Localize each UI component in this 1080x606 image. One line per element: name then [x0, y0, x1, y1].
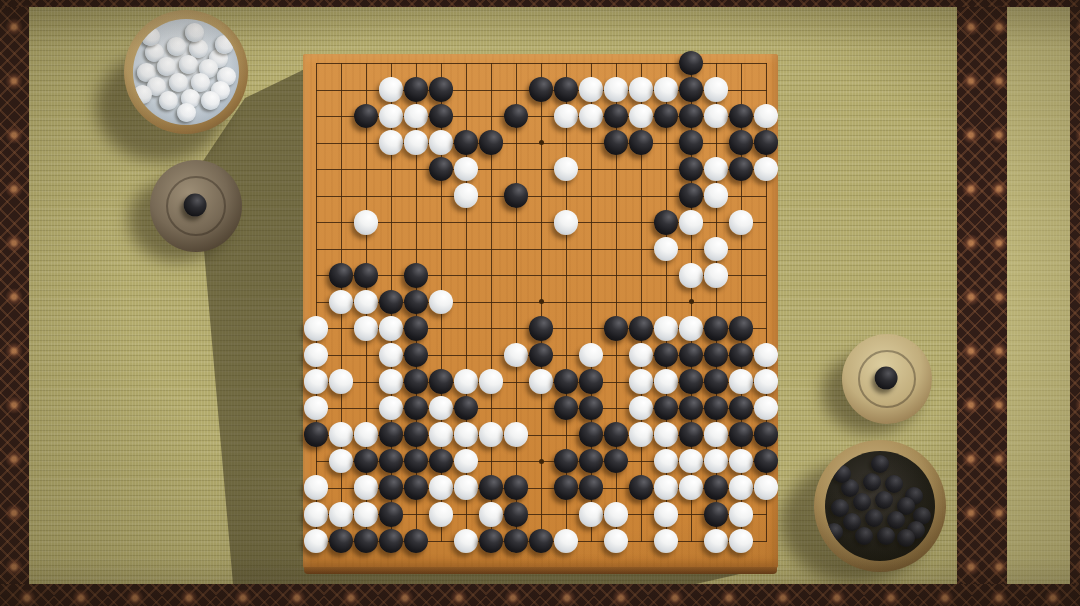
intersection-C2[interactable]: ○	[354, 501, 379, 528]
intersection-E6[interactable]: ●	[404, 395, 429, 422]
intersection-P17[interactable]: ●	[654, 103, 679, 130]
intersection-H18[interactable]	[479, 76, 504, 103]
intersection-J1[interactable]: ●	[504, 528, 529, 555]
intersection-S9[interactable]: ●	[729, 315, 754, 342]
intersection-A11[interactable]	[304, 262, 329, 289]
intersection-B11[interactable]: ●	[329, 262, 354, 289]
intersection-O8[interactable]: ○	[629, 342, 654, 369]
intersection-O17[interactable]: ○	[629, 103, 654, 130]
intersection-C10[interactable]: ○	[354, 289, 379, 316]
intersection-O19[interactable]	[629, 50, 654, 77]
intersection-G10[interactable]	[454, 289, 479, 316]
intersection-Q11[interactable]: ○	[679, 262, 704, 289]
intersection-A17[interactable]	[304, 103, 329, 130]
intersection-T15[interactable]: ○	[754, 156, 779, 183]
intersection-R2[interactable]: ●	[704, 501, 729, 528]
intersection-L16[interactable]	[554, 129, 579, 156]
intersection-J17[interactable]: ●	[504, 103, 529, 130]
intersection-J9[interactable]	[504, 315, 529, 342]
intersection-B16[interactable]	[329, 129, 354, 156]
intersection-H1[interactable]: ●	[479, 528, 504, 555]
intersection-P9[interactable]: ○	[654, 315, 679, 342]
intersection-N16[interactable]: ●	[604, 129, 629, 156]
intersection-N10[interactable]	[604, 289, 629, 316]
intersection-A2[interactable]: ○	[304, 501, 329, 528]
intersection-Q12[interactable]	[679, 236, 704, 263]
intersection-H19[interactable]	[479, 50, 504, 77]
intersection-B2[interactable]: ○	[329, 501, 354, 528]
board-intersections[interactable]: ●○●●●●○○○○●○●○○●●○○●○●●○●○○○○●●●●●●●●○○●…	[304, 50, 779, 555]
intersection-L8[interactable]	[554, 342, 579, 369]
intersection-T7[interactable]: ○	[754, 368, 779, 395]
intersection-B13[interactable]	[329, 209, 354, 236]
intersection-C11[interactable]: ●	[354, 262, 379, 289]
intersection-D4[interactable]: ●	[379, 448, 404, 475]
intersection-H6[interactable]	[479, 395, 504, 422]
intersection-Q19[interactable]: ●	[679, 50, 704, 77]
intersection-O9[interactable]: ●	[629, 315, 654, 342]
intersection-O11[interactable]	[629, 262, 654, 289]
intersection-R13[interactable]	[704, 209, 729, 236]
intersection-Q3[interactable]: ○	[679, 474, 704, 501]
intersection-P18[interactable]: ○	[654, 76, 679, 103]
intersection-L13[interactable]: ○	[554, 209, 579, 236]
intersection-N3[interactable]	[604, 474, 629, 501]
intersection-G18[interactable]	[454, 76, 479, 103]
intersection-K7[interactable]: ○	[529, 368, 554, 395]
intersection-L17[interactable]: ○	[554, 103, 579, 130]
intersection-L7[interactable]: ●	[554, 368, 579, 395]
intersection-D7[interactable]: ○	[379, 368, 404, 395]
intersection-Q17[interactable]: ●	[679, 103, 704, 130]
intersection-G1[interactable]: ○	[454, 528, 479, 555]
intersection-O13[interactable]	[629, 209, 654, 236]
intersection-M2[interactable]: ○	[579, 501, 604, 528]
intersection-P8[interactable]: ●	[654, 342, 679, 369]
intersection-T11[interactable]	[754, 262, 779, 289]
intersection-H8[interactable]	[479, 342, 504, 369]
intersection-L1[interactable]: ○	[554, 528, 579, 555]
intersection-P16[interactable]	[654, 129, 679, 156]
intersection-B19[interactable]	[329, 50, 354, 77]
intersection-F3[interactable]: ○	[429, 474, 454, 501]
intersection-K15[interactable]	[529, 156, 554, 183]
intersection-C1[interactable]: ●	[354, 528, 379, 555]
intersection-M9[interactable]	[579, 315, 604, 342]
intersection-S8[interactable]: ●	[729, 342, 754, 369]
intersection-D19[interactable]	[379, 50, 404, 77]
intersection-G4[interactable]: ○	[454, 448, 479, 475]
intersection-G6[interactable]: ●	[454, 395, 479, 422]
intersection-L10[interactable]	[554, 289, 579, 316]
intersection-T18[interactable]	[754, 76, 779, 103]
intersection-J13[interactable]	[504, 209, 529, 236]
intersection-K13[interactable]	[529, 209, 554, 236]
intersection-R4[interactable]: ○	[704, 448, 729, 475]
intersection-H15[interactable]	[479, 156, 504, 183]
intersection-T12[interactable]	[754, 236, 779, 263]
intersection-K2[interactable]	[529, 501, 554, 528]
intersection-B1[interactable]: ●	[329, 528, 354, 555]
intersection-G9[interactable]	[454, 315, 479, 342]
intersection-L15[interactable]: ○	[554, 156, 579, 183]
intersection-M7[interactable]: ●	[579, 368, 604, 395]
intersection-T3[interactable]: ○	[754, 474, 779, 501]
intersection-R12[interactable]: ○	[704, 236, 729, 263]
intersection-F12[interactable]	[429, 236, 454, 263]
intersection-E1[interactable]: ●	[404, 528, 429, 555]
intersection-P19[interactable]	[654, 50, 679, 77]
intersection-S11[interactable]	[729, 262, 754, 289]
intersection-A4[interactable]	[304, 448, 329, 475]
intersection-E4[interactable]: ●	[404, 448, 429, 475]
intersection-Q1[interactable]	[679, 528, 704, 555]
intersection-H16[interactable]: ●	[479, 129, 504, 156]
intersection-A6[interactable]: ○	[304, 395, 329, 422]
intersection-M11[interactable]	[579, 262, 604, 289]
intersection-C5[interactable]: ○	[354, 421, 379, 448]
intersection-D10[interactable]: ●	[379, 289, 404, 316]
intersection-J15[interactable]	[504, 156, 529, 183]
intersection-C3[interactable]: ○	[354, 474, 379, 501]
intersection-C13[interactable]: ○	[354, 209, 379, 236]
intersection-L12[interactable]	[554, 236, 579, 263]
intersection-D1[interactable]: ●	[379, 528, 404, 555]
intersection-A8[interactable]: ○	[304, 342, 329, 369]
intersection-L14[interactable]	[554, 182, 579, 209]
intersection-B8[interactable]	[329, 342, 354, 369]
intersection-C17[interactable]: ●	[354, 103, 379, 130]
intersection-C16[interactable]	[354, 129, 379, 156]
intersection-O12[interactable]	[629, 236, 654, 263]
intersection-L9[interactable]	[554, 315, 579, 342]
intersection-J2[interactable]: ●	[504, 501, 529, 528]
intersection-S18[interactable]	[729, 76, 754, 103]
intersection-S19[interactable]	[729, 50, 754, 77]
intersection-E2[interactable]	[404, 501, 429, 528]
intersection-J16[interactable]	[504, 129, 529, 156]
intersection-T19[interactable]	[754, 50, 779, 77]
intersection-Q14[interactable]: ●	[679, 182, 704, 209]
intersection-M14[interactable]	[579, 182, 604, 209]
intersection-A13[interactable]	[304, 209, 329, 236]
intersection-S14[interactable]	[729, 182, 754, 209]
intersection-K11[interactable]	[529, 262, 554, 289]
intersection-K5[interactable]	[529, 421, 554, 448]
intersection-E7[interactable]: ●	[404, 368, 429, 395]
intersection-P12[interactable]: ○	[654, 236, 679, 263]
intersection-L4[interactable]: ●	[554, 448, 579, 475]
intersection-A7[interactable]: ○	[304, 368, 329, 395]
intersection-A14[interactable]	[304, 182, 329, 209]
intersection-Q15[interactable]: ●	[679, 156, 704, 183]
intersection-G3[interactable]: ○	[454, 474, 479, 501]
intersection-H13[interactable]	[479, 209, 504, 236]
intersection-Q9[interactable]: ○	[679, 315, 704, 342]
intersection-T2[interactable]	[754, 501, 779, 528]
intersection-N14[interactable]	[604, 182, 629, 209]
intersection-J5[interactable]: ○	[504, 421, 529, 448]
intersection-F11[interactable]	[429, 262, 454, 289]
intersection-H14[interactable]	[479, 182, 504, 209]
intersection-O4[interactable]	[629, 448, 654, 475]
intersection-J19[interactable]	[504, 50, 529, 77]
intersection-F15[interactable]: ●	[429, 156, 454, 183]
intersection-F18[interactable]: ●	[429, 76, 454, 103]
intersection-Q8[interactable]: ●	[679, 342, 704, 369]
intersection-H3[interactable]: ●	[479, 474, 504, 501]
intersection-F2[interactable]: ○	[429, 501, 454, 528]
intersection-S10[interactable]	[729, 289, 754, 316]
intersection-L11[interactable]	[554, 262, 579, 289]
intersection-L18[interactable]: ●	[554, 76, 579, 103]
intersection-B15[interactable]	[329, 156, 354, 183]
intersection-N8[interactable]	[604, 342, 629, 369]
intersection-J18[interactable]	[504, 76, 529, 103]
intersection-F4[interactable]: ●	[429, 448, 454, 475]
intersection-E15[interactable]	[404, 156, 429, 183]
intersection-N7[interactable]	[604, 368, 629, 395]
intersection-P15[interactable]	[654, 156, 679, 183]
intersection-T6[interactable]: ○	[754, 395, 779, 422]
intersection-G17[interactable]	[454, 103, 479, 130]
intersection-G8[interactable]	[454, 342, 479, 369]
intersection-M15[interactable]	[579, 156, 604, 183]
intersection-S2[interactable]: ○	[729, 501, 754, 528]
intersection-G11[interactable]	[454, 262, 479, 289]
intersection-G2[interactable]	[454, 501, 479, 528]
intersection-Q6[interactable]: ●	[679, 395, 704, 422]
intersection-D11[interactable]	[379, 262, 404, 289]
intersection-O5[interactable]: ○	[629, 421, 654, 448]
intersection-B18[interactable]	[329, 76, 354, 103]
intersection-Q4[interactable]: ○	[679, 448, 704, 475]
intersection-K16[interactable]	[529, 129, 554, 156]
intersection-B17[interactable]	[329, 103, 354, 130]
intersection-F10[interactable]: ○	[429, 289, 454, 316]
intersection-N18[interactable]: ○	[604, 76, 629, 103]
intersection-O10[interactable]	[629, 289, 654, 316]
intersection-T16[interactable]: ●	[754, 129, 779, 156]
intersection-L6[interactable]: ●	[554, 395, 579, 422]
intersection-C18[interactable]	[354, 76, 379, 103]
intersection-N11[interactable]	[604, 262, 629, 289]
intersection-D17[interactable]: ○	[379, 103, 404, 130]
intersection-H7[interactable]: ○	[479, 368, 504, 395]
intersection-S13[interactable]: ○	[729, 209, 754, 236]
intersection-C19[interactable]	[354, 50, 379, 77]
intersection-K6[interactable]	[529, 395, 554, 422]
intersection-K4[interactable]	[529, 448, 554, 475]
intersection-G15[interactable]: ○	[454, 156, 479, 183]
intersection-E12[interactable]	[404, 236, 429, 263]
intersection-A15[interactable]	[304, 156, 329, 183]
intersection-G7[interactable]: ○	[454, 368, 479, 395]
intersection-P1[interactable]: ○	[654, 528, 679, 555]
intersection-T9[interactable]	[754, 315, 779, 342]
intersection-F6[interactable]: ○	[429, 395, 454, 422]
intersection-S6[interactable]: ●	[729, 395, 754, 422]
intersection-S7[interactable]: ○	[729, 368, 754, 395]
intersection-S16[interactable]: ●	[729, 129, 754, 156]
intersection-M6[interactable]: ●	[579, 395, 604, 422]
intersection-O6[interactable]: ○	[629, 395, 654, 422]
intersection-D8[interactable]: ○	[379, 342, 404, 369]
intersection-B6[interactable]	[329, 395, 354, 422]
intersection-O14[interactable]	[629, 182, 654, 209]
intersection-C7[interactable]	[354, 368, 379, 395]
intersection-C8[interactable]	[354, 342, 379, 369]
intersection-F8[interactable]	[429, 342, 454, 369]
intersection-J8[interactable]: ○	[504, 342, 529, 369]
intersection-A1[interactable]: ○	[304, 528, 329, 555]
intersection-M5[interactable]: ●	[579, 421, 604, 448]
intersection-P5[interactable]: ○	[654, 421, 679, 448]
intersection-H10[interactable]	[479, 289, 504, 316]
intersection-D3[interactable]: ●	[379, 474, 404, 501]
intersection-Q13[interactable]: ○	[679, 209, 704, 236]
intersection-H11[interactable]	[479, 262, 504, 289]
intersection-J7[interactable]	[504, 368, 529, 395]
intersection-A12[interactable]	[304, 236, 329, 263]
intersection-N9[interactable]: ●	[604, 315, 629, 342]
intersection-N19[interactable]	[604, 50, 629, 77]
intersection-D12[interactable]	[379, 236, 404, 263]
intersection-R19[interactable]	[704, 50, 729, 77]
intersection-K17[interactable]	[529, 103, 554, 130]
intersection-P6[interactable]: ●	[654, 395, 679, 422]
intersection-O3[interactable]: ●	[629, 474, 654, 501]
intersection-J3[interactable]: ●	[504, 474, 529, 501]
intersection-H17[interactable]	[479, 103, 504, 130]
intersection-A5[interactable]: ●	[304, 421, 329, 448]
intersection-N4[interactable]: ●	[604, 448, 629, 475]
intersection-E11[interactable]: ●	[404, 262, 429, 289]
intersection-E14[interactable]	[404, 182, 429, 209]
go-board[interactable]: ●○●●●●○○○○●○●○○●●○○●○●●○●○○○○●●●●●●●●○○●…	[303, 54, 778, 568]
intersection-C14[interactable]	[354, 182, 379, 209]
intersection-N15[interactable]	[604, 156, 629, 183]
intersection-F17[interactable]: ●	[429, 103, 454, 130]
intersection-M1[interactable]	[579, 528, 604, 555]
intersection-H2[interactable]: ○	[479, 501, 504, 528]
intersection-L19[interactable]	[554, 50, 579, 77]
intersection-T8[interactable]: ○	[754, 342, 779, 369]
intersection-K9[interactable]: ●	[529, 315, 554, 342]
intersection-A16[interactable]	[304, 129, 329, 156]
intersection-Q10[interactable]	[679, 289, 704, 316]
intersection-J6[interactable]	[504, 395, 529, 422]
intersection-C6[interactable]	[354, 395, 379, 422]
intersection-R15[interactable]: ○	[704, 156, 729, 183]
intersection-E10[interactable]: ●	[404, 289, 429, 316]
intersection-N1[interactable]: ○	[604, 528, 629, 555]
intersection-F5[interactable]: ○	[429, 421, 454, 448]
intersection-N5[interactable]: ●	[604, 421, 629, 448]
intersection-N2[interactable]: ○	[604, 501, 629, 528]
intersection-B14[interactable]	[329, 182, 354, 209]
intersection-P14[interactable]	[654, 182, 679, 209]
intersection-R5[interactable]: ○	[704, 421, 729, 448]
intersection-P7[interactable]: ○	[654, 368, 679, 395]
intersection-A19[interactable]	[304, 50, 329, 77]
intersection-R1[interactable]: ○	[704, 528, 729, 555]
intersection-F16[interactable]: ○	[429, 129, 454, 156]
intersection-D2[interactable]: ●	[379, 501, 404, 528]
intersection-N17[interactable]: ●	[604, 103, 629, 130]
intersection-S12[interactable]	[729, 236, 754, 263]
intersection-D9[interactable]: ○	[379, 315, 404, 342]
intersection-M19[interactable]	[579, 50, 604, 77]
intersection-M13[interactable]	[579, 209, 604, 236]
intersection-E16[interactable]: ○	[404, 129, 429, 156]
intersection-R9[interactable]: ●	[704, 315, 729, 342]
intersection-G12[interactable]	[454, 236, 479, 263]
intersection-S5[interactable]: ●	[729, 421, 754, 448]
intersection-E18[interactable]: ●	[404, 76, 429, 103]
intersection-G5[interactable]: ○	[454, 421, 479, 448]
intersection-D5[interactable]: ●	[379, 421, 404, 448]
intersection-T1[interactable]	[754, 528, 779, 555]
intersection-F19[interactable]	[429, 50, 454, 77]
intersection-R16[interactable]	[704, 129, 729, 156]
intersection-E5[interactable]: ●	[404, 421, 429, 448]
intersection-Q2[interactable]	[679, 501, 704, 528]
intersection-M18[interactable]: ○	[579, 76, 604, 103]
intersection-O15[interactable]	[629, 156, 654, 183]
intersection-P4[interactable]: ○	[654, 448, 679, 475]
intersection-O16[interactable]: ●	[629, 129, 654, 156]
intersection-T10[interactable]	[754, 289, 779, 316]
intersection-K19[interactable]	[529, 50, 554, 77]
intersection-M12[interactable]	[579, 236, 604, 263]
intersection-G13[interactable]	[454, 209, 479, 236]
intersection-R18[interactable]: ○	[704, 76, 729, 103]
intersection-E9[interactable]: ●	[404, 315, 429, 342]
intersection-M10[interactable]	[579, 289, 604, 316]
intersection-B10[interactable]: ○	[329, 289, 354, 316]
intersection-Q18[interactable]: ●	[679, 76, 704, 103]
intersection-C4[interactable]: ●	[354, 448, 379, 475]
intersection-M3[interactable]: ●	[579, 474, 604, 501]
intersection-G14[interactable]: ○	[454, 182, 479, 209]
intersection-K10[interactable]	[529, 289, 554, 316]
intersection-H4[interactable]	[479, 448, 504, 475]
intersection-N6[interactable]	[604, 395, 629, 422]
intersection-O7[interactable]: ○	[629, 368, 654, 395]
intersection-E3[interactable]: ●	[404, 474, 429, 501]
intersection-Q7[interactable]: ●	[679, 368, 704, 395]
intersection-H5[interactable]: ○	[479, 421, 504, 448]
intersection-M4[interactable]: ●	[579, 448, 604, 475]
intersection-D14[interactable]	[379, 182, 404, 209]
intersection-O1[interactable]	[629, 528, 654, 555]
intersection-O2[interactable]	[629, 501, 654, 528]
intersection-R3[interactable]: ●	[704, 474, 729, 501]
intersection-F14[interactable]	[429, 182, 454, 209]
intersection-J10[interactable]	[504, 289, 529, 316]
intersection-J14[interactable]: ●	[504, 182, 529, 209]
intersection-M16[interactable]	[579, 129, 604, 156]
intersection-C12[interactable]	[354, 236, 379, 263]
intersection-D15[interactable]	[379, 156, 404, 183]
intersection-P11[interactable]	[654, 262, 679, 289]
intersection-B4[interactable]: ○	[329, 448, 354, 475]
intersection-N13[interactable]	[604, 209, 629, 236]
intersection-F1[interactable]	[429, 528, 454, 555]
intersection-C15[interactable]	[354, 156, 379, 183]
intersection-T17[interactable]: ○	[754, 103, 779, 130]
